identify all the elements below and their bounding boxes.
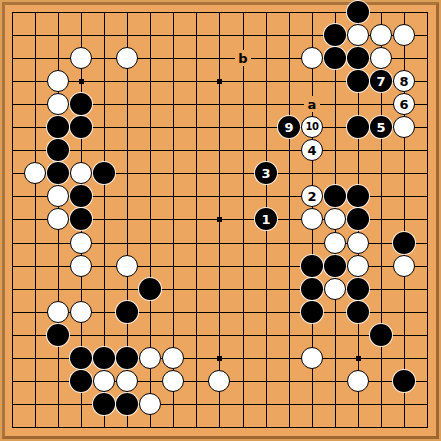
black-stone [393,370,415,392]
black-stone [301,278,323,300]
white-stone [24,162,46,184]
black-stone [347,70,369,92]
star-point [79,79,84,84]
black-stone [47,116,69,138]
move-4-stone: 4 [301,139,323,161]
grid-line-vertical [243,12,244,428]
black-stone [47,139,69,161]
white-stone [116,47,138,69]
black-stone [47,162,69,184]
white-stone [47,185,69,207]
black-stone [324,185,346,207]
star-point [217,217,222,222]
white-stone [70,255,92,277]
black-stone [347,47,369,69]
white-stone [116,255,138,277]
black-stone [139,278,161,300]
black-stone [301,255,323,277]
black-stone [70,93,92,115]
white-stone [393,24,415,46]
black-stone [301,301,323,323]
move-7-stone: 7 [370,70,392,92]
black-stone [347,1,369,23]
black-stone [93,162,115,184]
go-board: 78691054321ab [0,0,441,441]
white-stone [70,162,92,184]
white-stone [324,208,346,230]
black-stone [47,324,69,346]
white-stone [70,301,92,323]
black-stone [70,347,92,369]
label-a: a [304,96,320,112]
white-stone [324,232,346,254]
grid-line-horizontal [12,404,428,405]
white-stone [47,93,69,115]
white-stone [393,116,415,138]
black-stone [347,208,369,230]
move-3-stone: 3 [255,162,277,184]
star-point [217,79,222,84]
black-stone [370,324,392,346]
grid-line-vertical [427,12,428,428]
black-stone [116,301,138,323]
move-9-stone: 9 [278,116,300,138]
black-stone [70,116,92,138]
black-stone [324,47,346,69]
black-stone [324,255,346,277]
move-5-stone: 5 [370,116,392,138]
star-point [356,356,361,361]
move-10-stone: 10 [301,116,323,138]
white-stone [347,24,369,46]
black-stone [347,278,369,300]
white-stone [162,370,184,392]
white-stone [347,232,369,254]
white-stone [370,24,392,46]
white-stone [47,70,69,92]
black-stone [93,347,115,369]
white-stone [301,208,323,230]
white-stone [70,232,92,254]
grid-line-horizontal [12,427,428,428]
move-6-stone: 6 [393,93,415,115]
white-stone [370,47,392,69]
white-stone [162,347,184,369]
move-1-stone: 1 [255,208,277,230]
grid-line-vertical [12,12,13,428]
black-stone [70,370,92,392]
black-stone [116,347,138,369]
white-stone [47,208,69,230]
black-stone [70,185,92,207]
black-stone [347,116,369,138]
move-8-stone: 8 [393,70,415,92]
white-stone [347,370,369,392]
star-point [217,356,222,361]
white-stone [324,278,346,300]
move-2-stone: 2 [301,185,323,207]
white-stone [208,370,230,392]
black-stone [70,208,92,230]
black-stone [347,185,369,207]
white-stone [301,347,323,369]
grid-line-horizontal [12,150,428,151]
board-grid: 78691054321ab [0,0,441,441]
black-stone [324,24,346,46]
white-stone [47,301,69,323]
black-stone [393,232,415,254]
white-stone [116,370,138,392]
black-stone [93,393,115,415]
black-stone [347,301,369,323]
white-stone [70,47,92,69]
white-stone [301,47,323,69]
white-stone [93,370,115,392]
grid-line-vertical [196,12,197,428]
white-stone [393,255,415,277]
white-stone [139,347,161,369]
white-stone [139,393,161,415]
grid-line-vertical [289,12,290,428]
label-b: b [235,50,251,66]
grid-line-vertical [35,12,36,428]
black-stone [116,393,138,415]
white-stone [347,255,369,277]
grid-line-horizontal [12,335,428,336]
